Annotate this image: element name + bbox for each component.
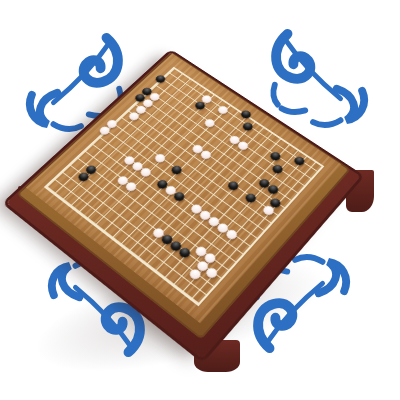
white-stone [194,245,209,258]
black-stone [268,197,282,209]
white-stone [261,204,275,217]
white-stone [198,209,212,222]
corner-ornament-top-right-icon [262,24,370,132]
black-stone [172,190,186,202]
white-stone [151,227,166,240]
black-stone [244,192,258,204]
black-stone [266,183,280,195]
white-stone [116,175,130,187]
white-stone [224,228,239,241]
black-stone [177,246,192,259]
white-stone [189,203,203,216]
white-stone [195,259,210,272]
white-stone [203,251,218,264]
black-stone [257,177,271,189]
black-stone [168,240,183,253]
white-stone [124,181,138,193]
product-photo-scene [0,0,400,400]
black-stone [155,178,169,190]
white-stone [204,266,219,280]
black-stone [160,233,175,246]
white-stone [188,267,203,281]
white-stone [207,215,222,228]
black-stone [226,180,240,192]
white-stone [215,222,230,235]
white-stone [164,184,178,196]
